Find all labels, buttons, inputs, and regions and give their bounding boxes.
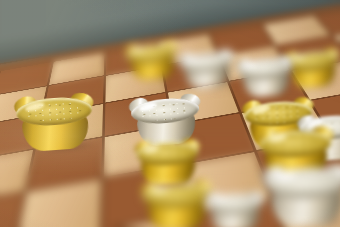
- silver-ingot-piece-f3[interactable]: [237, 55, 294, 100]
- silver-ingot-piece-f6[interactable]: [264, 164, 340, 227]
- gold-ingot-piece-d6[interactable]: [142, 180, 212, 227]
- silver-ingot-piece-e2[interactable]: [179, 48, 235, 91]
- gold-ingot-piece-d2[interactable]: [125, 40, 179, 82]
- gold-ingot-piece-c4[interactable]: [15, 92, 95, 153]
- silver-ingot-piece-e6[interactable]: [206, 191, 263, 227]
- pieces-layer: [0, 0, 340, 227]
- board-photo-scene: [0, 0, 340, 227]
